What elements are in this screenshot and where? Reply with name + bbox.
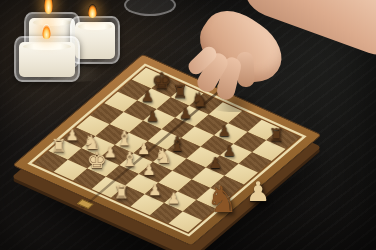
white-pawn[interactable]: ♟ [66, 128, 79, 143]
candle-flame-icon [42, 24, 51, 39]
board-grid: ♚♜♞♜♟♟♟♟♟♝♟♝♟♞♟♞♟♝♟♜♚♟♟♜ [33, 67, 301, 233]
black-rook[interactable]: ♜ [173, 83, 189, 101]
candle-wax [19, 42, 75, 77]
white-pawn[interactable]: ♟ [143, 163, 156, 178]
captured-black-knight[interactable]: ♞ [206, 182, 238, 218]
white-pawn[interactable]: ♟ [167, 192, 180, 207]
glass-rim [124, 0, 176, 16]
white-bishop[interactable]: ♝ [116, 128, 134, 148]
scene: ♚♜♞♜♟♟♟♟♟♝♟♝♟♞♟♞♟♝♟♜♚♟♟♜ ♞ ♟ [0, 0, 376, 250]
chess-board: ♚♜♞♜♟♟♟♟♟♝♟♝♟♞♟♞♟♝♟♜♚♟♟♜ [12, 54, 322, 246]
white-king[interactable]: ♚ [87, 150, 107, 172]
black-pawn[interactable]: ♟ [209, 156, 222, 171]
candle [14, 36, 80, 82]
black-pawn[interactable]: ♟ [223, 144, 236, 159]
captured-white-pawn[interactable]: ♟ [246, 178, 270, 205]
black-pawn[interactable]: ♟ [146, 110, 159, 125]
white-knight[interactable]: ♞ [154, 146, 172, 166]
white-rook[interactable]: ♜ [50, 137, 66, 155]
black-king[interactable]: ♚ [152, 70, 172, 92]
candle-wax [75, 22, 115, 59]
white-bishop[interactable]: ♝ [121, 149, 139, 169]
black-pawn[interactable]: ♟ [141, 89, 154, 104]
white-rook[interactable]: ♜ [113, 183, 129, 201]
candle-flame-icon [88, 4, 97, 18]
white-pawn[interactable]: ♟ [148, 183, 161, 198]
black-pawn[interactable]: ♟ [218, 124, 231, 139]
white-pawn[interactable]: ♟ [137, 142, 150, 157]
black-pawn[interactable]: ♟ [179, 106, 192, 121]
black-rook[interactable]: ♜ [269, 126, 285, 144]
hand-shadow [205, 96, 265, 112]
